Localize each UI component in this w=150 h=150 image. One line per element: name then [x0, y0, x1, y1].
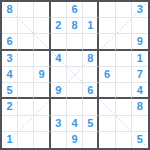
cell-r2c7[interactable]	[99, 18, 115, 34]
cell-r1c2[interactable]	[18, 2, 34, 18]
cell-r9c7[interactable]	[99, 132, 115, 148]
cell-r3c5[interactable]	[67, 34, 83, 50]
cell-r2c3[interactable]	[34, 18, 50, 34]
cell-r6c4[interactable]: 9	[51, 83, 67, 99]
given-digit: 2	[7, 101, 13, 112]
given-digit: 4	[137, 85, 143, 96]
cell-r1c8[interactable]	[116, 2, 132, 18]
cell-r7c3[interactable]	[34, 99, 50, 115]
cell-r5c1[interactable]: 4	[2, 67, 18, 83]
cell-r7c1[interactable]: 2	[2, 99, 18, 115]
cell-r8c2[interactable]	[18, 116, 34, 132]
cell-r4c2[interactable]	[18, 51, 34, 67]
given-digit: 3	[7, 53, 13, 64]
cell-r4c7[interactable]	[99, 51, 115, 67]
cell-r5c3[interactable]: 9	[34, 67, 50, 83]
cell-r3c9[interactable]: 9	[132, 34, 148, 50]
cell-r9c4[interactable]	[51, 132, 67, 148]
cell-r8c3[interactable]	[34, 116, 50, 132]
cell-r6c7[interactable]	[99, 83, 115, 99]
cell-r8c8[interactable]	[116, 116, 132, 132]
cell-r3c2[interactable]	[18, 34, 34, 50]
cell-r5c8[interactable]	[116, 67, 132, 83]
given-digit: 9	[137, 36, 143, 47]
given-digit: 8	[71, 20, 77, 31]
cell-r6c3[interactable]	[34, 83, 50, 99]
cell-r4c9[interactable]: 1	[132, 51, 148, 67]
given-digit: 3	[137, 4, 143, 15]
cell-r4c5[interactable]	[67, 51, 83, 67]
cell-r4c6[interactable]: 8	[83, 51, 99, 67]
given-digit: 8	[137, 101, 143, 112]
cell-r2c1[interactable]	[2, 18, 18, 34]
given-digit: 6	[71, 4, 77, 15]
cell-r3c4[interactable]	[51, 34, 67, 50]
cell-r4c1[interactable]: 3	[2, 51, 18, 67]
cell-r6c6[interactable]: 6	[83, 83, 99, 99]
given-digit: 4	[55, 53, 61, 64]
cell-r5c9[interactable]: 7	[132, 67, 148, 83]
cell-r3c7[interactable]	[99, 34, 115, 50]
given-digit: 1	[87, 20, 93, 31]
cell-r1c9[interactable]: 3	[132, 2, 148, 18]
given-digit: 6	[104, 69, 110, 80]
cell-r9c6[interactable]	[83, 132, 99, 148]
given-digit: 5	[7, 85, 13, 96]
cell-r5c5[interactable]	[67, 67, 83, 83]
given-digit: 8	[87, 53, 93, 64]
cell-r7c4[interactable]	[51, 99, 67, 115]
given-digit: 4	[71, 118, 77, 129]
cell-r7c9[interactable]: 8	[132, 99, 148, 115]
cell-r8c9[interactable]	[132, 116, 148, 132]
cell-r9c1[interactable]: 1	[2, 132, 18, 148]
cell-r5c7[interactable]: 6	[99, 67, 115, 83]
cell-r6c9[interactable]: 4	[132, 83, 148, 99]
cell-r8c7[interactable]	[99, 116, 115, 132]
cell-r1c7[interactable]	[99, 2, 115, 18]
cell-r9c3[interactable]	[34, 132, 50, 148]
cell-r9c9[interactable]: 5	[132, 132, 148, 148]
given-digit: 1	[7, 134, 13, 145]
cell-r9c2[interactable]	[18, 132, 34, 148]
cell-r6c1[interactable]: 5	[2, 83, 18, 99]
cell-r6c5[interactable]	[67, 83, 83, 99]
given-digit: 6	[7, 36, 13, 47]
cell-r7c2[interactable]	[18, 99, 34, 115]
cell-r5c6[interactable]	[83, 67, 99, 83]
cell-r3c6[interactable]	[83, 34, 99, 50]
given-digit: 3	[55, 118, 61, 129]
cell-r4c4[interactable]: 4	[51, 51, 67, 67]
cell-r8c4[interactable]: 3	[51, 116, 67, 132]
cell-r9c8[interactable]	[116, 132, 132, 148]
cell-r6c8[interactable]	[116, 83, 132, 99]
cell-r6c2[interactable]	[18, 83, 34, 99]
cell-r8c6[interactable]: 5	[83, 116, 99, 132]
cell-r2c5[interactable]: 8	[67, 18, 83, 34]
cell-r3c8[interactable]	[116, 34, 132, 50]
given-digit: 9	[71, 134, 77, 145]
cell-r7c6[interactable]	[83, 99, 99, 115]
cell-r5c4[interactable]	[51, 67, 67, 83]
given-digit: 5	[137, 134, 143, 145]
sudoku-puzzle: 8632816934814967596428345195	[0, 0, 150, 150]
given-digit: 8	[7, 4, 13, 15]
cell-r4c3[interactable]	[34, 51, 50, 67]
given-digit: 6	[87, 85, 93, 96]
cell-r3c3[interactable]	[34, 34, 50, 50]
cell-r2c8[interactable]	[116, 18, 132, 34]
given-digit: 5	[87, 118, 93, 129]
given-digit: 2	[55, 20, 61, 31]
given-digit: 4	[7, 69, 13, 80]
cell-r3c1[interactable]: 6	[2, 34, 18, 50]
sudoku-board: 8632816934814967596428345195	[0, 0, 150, 150]
cell-r4c8[interactable]	[116, 51, 132, 67]
cell-r9c5[interactable]: 9	[67, 132, 83, 148]
cell-r7c7[interactable]	[99, 99, 115, 115]
given-digit: 7	[137, 69, 143, 80]
cell-r1c5[interactable]: 6	[67, 2, 83, 18]
cell-r7c8[interactable]	[116, 99, 132, 115]
cell-r1c6[interactable]	[83, 2, 99, 18]
cell-r1c1[interactable]: 8	[2, 2, 18, 18]
cell-r1c3[interactable]	[34, 2, 50, 18]
cell-r2c6[interactable]: 1	[83, 18, 99, 34]
given-digit: 9	[38, 69, 44, 80]
given-digit: 9	[55, 85, 61, 96]
cell-r7c5[interactable]	[67, 99, 83, 115]
given-digit: 1	[137, 53, 143, 64]
cell-r8c5[interactable]: 4	[67, 116, 83, 132]
cell-r5c2[interactable]	[18, 67, 34, 83]
cell-r8c1[interactable]	[2, 116, 18, 132]
cell-r2c2[interactable]	[18, 18, 34, 34]
cell-r2c9[interactable]	[132, 18, 148, 34]
cell-r1c4[interactable]	[51, 2, 67, 18]
cell-r2c4[interactable]: 2	[51, 18, 67, 34]
